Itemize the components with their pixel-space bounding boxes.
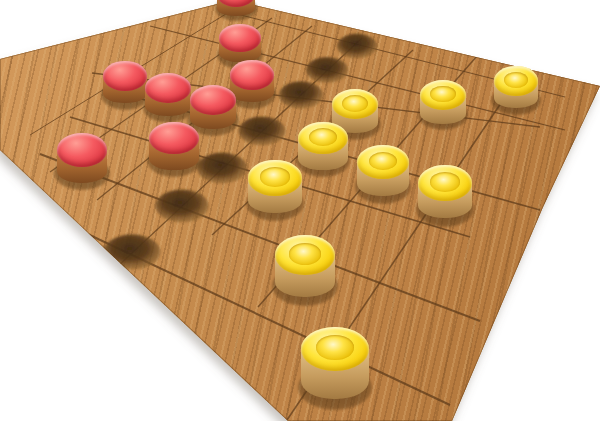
piece-top-dimple: [430, 86, 455, 103]
empty-hole[interactable]: [306, 57, 348, 83]
empty-hole[interactable]: [103, 234, 160, 269]
empty-hole[interactable]: [197, 152, 247, 183]
board-photo-stage: [0, 0, 600, 421]
piece-top: [145, 73, 190, 103]
empty-hole[interactable]: [155, 189, 208, 222]
piece-top-dimple: [316, 335, 353, 360]
piece-top: [219, 24, 260, 51]
piece-top: [103, 61, 147, 90]
piece-top-dimple: [430, 172, 459, 191]
piece-top-dimple: [309, 128, 336, 146]
empty-hole[interactable]: [337, 34, 377, 59]
piece-top-dimple: [289, 243, 322, 265]
piece-top: [149, 122, 199, 155]
piece-top: [57, 133, 108, 166]
piece-top-dimple: [260, 167, 289, 186]
empty-hole[interactable]: [238, 116, 285, 145]
empty-hole[interactable]: [279, 81, 323, 108]
piece-top: [230, 60, 274, 89]
piece-top-dimple: [342, 95, 368, 112]
